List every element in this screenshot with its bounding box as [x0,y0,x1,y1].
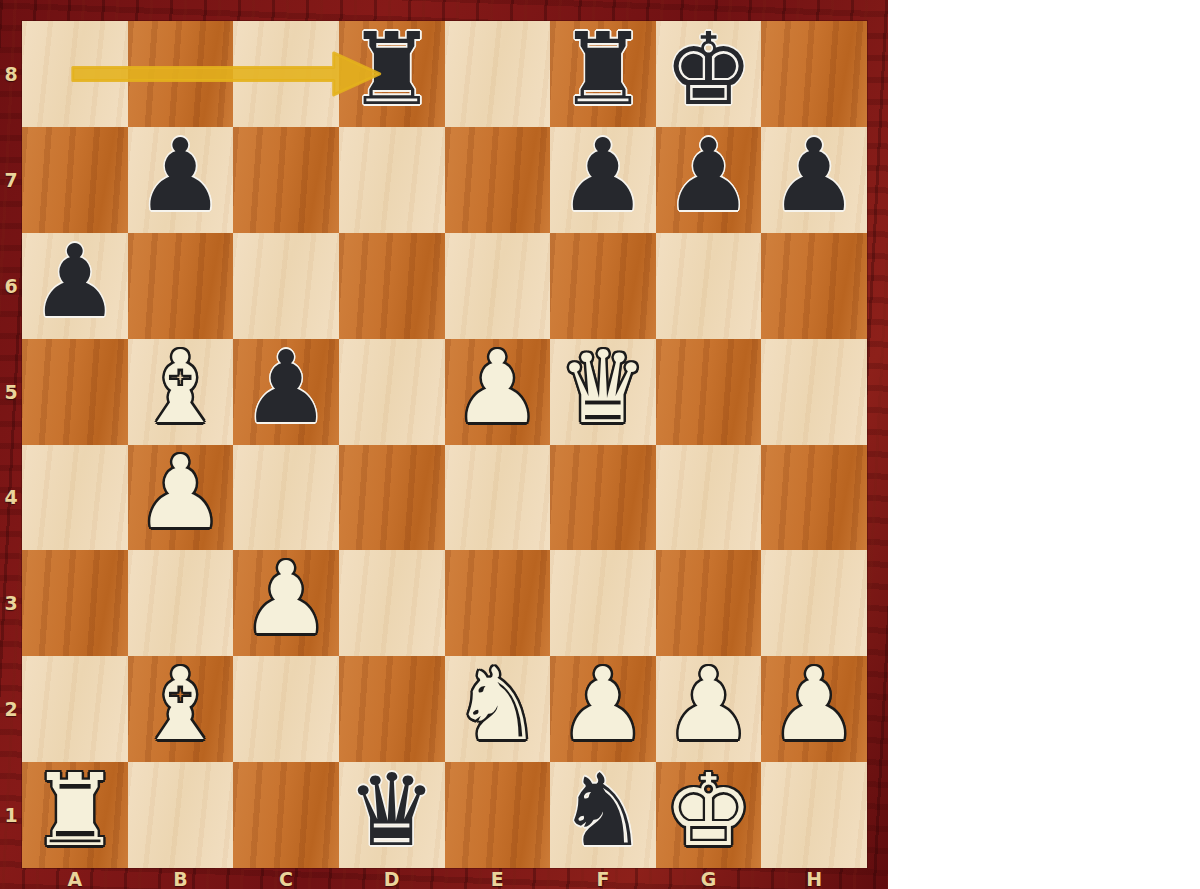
file-label-B: B [128,868,234,889]
square-d5[interactable] [339,339,445,445]
file-label-G: G [656,868,762,889]
square-h1[interactable] [761,762,867,868]
square-d1[interactable]: ♛ [339,762,445,868]
square-f1[interactable]: ♞ [550,762,656,868]
square-e8[interactable] [445,21,551,127]
square-e2[interactable]: ♞ [445,656,551,762]
rank-label-3: 3 [0,550,22,656]
chess-board: 87654321 ABCDEFGH ♜♜♚♟♟♟♟♟♝♟♟♛♟♟♝♞♟♟♟♜♛♞… [0,0,888,889]
white-king-g1[interactable]: ♚ [664,761,754,861]
square-f5[interactable]: ♛ [550,339,656,445]
square-e3[interactable] [445,550,551,656]
square-f4[interactable] [550,445,656,551]
square-b5[interactable]: ♝ [128,339,234,445]
square-a2[interactable] [22,656,128,762]
square-f6[interactable] [550,233,656,339]
square-g7[interactable]: ♟ [656,127,762,233]
black-queen-d1[interactable]: ♛ [347,761,437,861]
white-queen-f5[interactable]: ♛ [558,338,648,438]
square-c7[interactable] [233,127,339,233]
square-h7[interactable]: ♟ [761,127,867,233]
square-f7[interactable]: ♟ [550,127,656,233]
white-pawn-c3[interactable]: ♟ [241,549,331,649]
white-rook-a1[interactable]: ♜ [30,761,120,861]
rank-label-2: 2 [0,656,22,762]
square-c3[interactable]: ♟ [233,550,339,656]
white-pawn-e5[interactable]: ♟ [452,338,542,438]
white-pawn-f2[interactable]: ♟ [558,655,648,755]
white-bishop-b2[interactable]: ♝ [136,655,226,755]
square-h5[interactable] [761,339,867,445]
black-pawn-g7[interactable]: ♟ [664,126,754,226]
white-pawn-g2[interactable]: ♟ [664,655,754,755]
square-f3[interactable] [550,550,656,656]
file-label-F: F [550,868,656,889]
rank-label-6: 6 [0,233,22,339]
square-f2[interactable]: ♟ [550,656,656,762]
square-g5[interactable] [656,339,762,445]
square-d8[interactable]: ♜ [339,21,445,127]
black-rook-f8[interactable]: ♜ [558,20,648,120]
square-e6[interactable] [445,233,551,339]
square-d2[interactable] [339,656,445,762]
square-a1[interactable]: ♜ [22,762,128,868]
square-g2[interactable]: ♟ [656,656,762,762]
square-c4[interactable] [233,445,339,551]
square-e5[interactable]: ♟ [445,339,551,445]
file-labels: ABCDEFGH [22,868,867,889]
black-pawn-h7[interactable]: ♟ [769,126,859,226]
square-h6[interactable] [761,233,867,339]
square-f8[interactable]: ♜ [550,21,656,127]
black-rook-d8[interactable]: ♜ [347,20,437,120]
file-label-D: D [339,868,445,889]
square-a5[interactable] [22,339,128,445]
square-d7[interactable] [339,127,445,233]
file-label-E: E [445,868,551,889]
black-knight-f1[interactable]: ♞ [558,761,648,861]
square-g4[interactable] [656,445,762,551]
square-h8[interactable] [761,21,867,127]
square-d4[interactable] [339,445,445,551]
board-squares: ♜♜♚♟♟♟♟♟♝♟♟♛♟♟♝♞♟♟♟♜♛♞♚ [22,21,867,868]
white-bishop-b5[interactable]: ♝ [136,338,226,438]
white-knight-e2[interactable]: ♞ [452,655,542,755]
white-pawn-b4[interactable]: ♟ [136,443,226,543]
square-c8[interactable] [233,21,339,127]
square-a7[interactable] [22,127,128,233]
square-g6[interactable] [656,233,762,339]
white-pawn-h2[interactable]: ♟ [769,655,859,755]
square-e4[interactable] [445,445,551,551]
square-b1[interactable] [128,762,234,868]
rank-label-4: 4 [0,445,22,551]
square-c1[interactable] [233,762,339,868]
file-label-A: A [22,868,128,889]
square-b8[interactable] [128,21,234,127]
square-d3[interactable] [339,550,445,656]
square-c2[interactable] [233,656,339,762]
square-b7[interactable]: ♟ [128,127,234,233]
square-b6[interactable] [128,233,234,339]
square-e1[interactable] [445,762,551,868]
square-c6[interactable] [233,233,339,339]
file-label-H: H [761,868,867,889]
rank-label-1: 1 [0,762,22,868]
square-g3[interactable] [656,550,762,656]
square-h3[interactable] [761,550,867,656]
rank-label-8: 8 [0,21,22,127]
file-label-C: C [233,868,339,889]
rank-labels: 87654321 [0,21,22,868]
black-pawn-a6[interactable]: ♟ [30,232,120,332]
rank-label-7: 7 [0,127,22,233]
square-e7[interactable] [445,127,551,233]
black-pawn-b7[interactable]: ♟ [136,126,226,226]
square-a3[interactable] [22,550,128,656]
square-a4[interactable] [22,445,128,551]
black-pawn-c5[interactable]: ♟ [241,338,331,438]
square-h4[interactable] [761,445,867,551]
square-g1[interactable]: ♚ [656,762,762,868]
square-a6[interactable]: ♟ [22,233,128,339]
rank-label-5: 5 [0,339,22,445]
square-h2[interactable]: ♟ [761,656,867,762]
page: { "game": "chess", "position": { "fen": … [0,0,1200,889]
black-king-g8[interactable]: ♚ [664,20,754,120]
square-g8[interactable]: ♚ [656,21,762,127]
square-d6[interactable] [339,233,445,339]
square-a8[interactable] [22,21,128,127]
square-b3[interactable] [128,550,234,656]
black-pawn-f7[interactable]: ♟ [558,126,648,226]
square-c5[interactable]: ♟ [233,339,339,445]
square-b4[interactable]: ♟ [128,445,234,551]
square-b2[interactable]: ♝ [128,656,234,762]
